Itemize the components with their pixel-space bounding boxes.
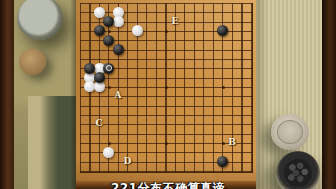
hoshi-point: [165, 142, 168, 145]
right-wood-panel: [322, 0, 336, 189]
black-stone-C11: [94, 72, 105, 83]
hoshi-point: [108, 30, 111, 33]
go-board: ABCDE: [76, 0, 256, 181]
white-stone-G16: [132, 25, 143, 36]
subtitle-text: 221分布不确算真谛: [111, 180, 225, 189]
white-stone-E17: [113, 16, 124, 27]
black-stone-D12: [103, 63, 114, 74]
right-bowl-lid: [271, 114, 309, 150]
hoshi-point: [222, 142, 225, 145]
hoshi-point: [108, 142, 111, 145]
label-B: B: [228, 138, 236, 147]
black-stone-D15: [103, 35, 114, 46]
label-C: C: [95, 119, 102, 128]
black-stones-bowl: [276, 151, 320, 189]
black-stone-E14: [113, 44, 124, 55]
black-stone-B12: [84, 63, 95, 74]
white-stone-C18: [94, 7, 105, 18]
label-A: A: [115, 91, 122, 100]
black-stone-C16: [94, 25, 105, 36]
hoshi-point: [165, 30, 168, 33]
hoshi-point: [222, 86, 225, 89]
white-stone-C10: [94, 81, 105, 92]
left-wood-panel: [0, 0, 14, 189]
white-stone-D3: [103, 147, 114, 158]
label-E: E: [172, 16, 179, 25]
hoshi-point: [108, 86, 111, 89]
wooden-bowl-lid: [19, 49, 46, 75]
hoshi-point: [165, 86, 168, 89]
label-D: D: [124, 156, 132, 165]
video-frame: ABCDE 221分布不确算真谛: [0, 0, 336, 189]
